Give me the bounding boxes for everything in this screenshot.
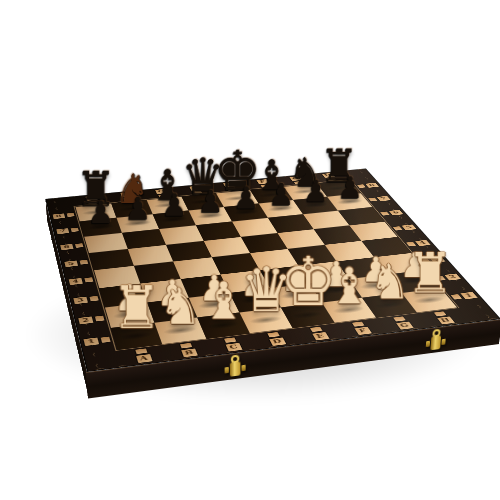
brass-clasp-right[interactable]	[428, 329, 443, 352]
coordinate-label: D	[269, 337, 286, 346]
square-a1[interactable]: ♜	[111, 323, 162, 350]
clasp-body-icon	[430, 335, 441, 350]
inlay-strip	[434, 311, 447, 316]
clasp-wing-icon	[241, 365, 245, 372]
inlay-strip	[380, 212, 390, 216]
clasp-wing-icon	[426, 341, 430, 347]
coordinate-label: B	[181, 349, 198, 358]
clasp-body-icon	[230, 361, 241, 376]
inlay-strip	[224, 337, 236, 342]
inlay-strip	[267, 332, 279, 337]
coordinate-label: C	[225, 343, 242, 352]
coordinate-label: 1	[83, 337, 99, 346]
inlay-strip	[393, 226, 403, 230]
white-rook-icon: ♜	[94, 278, 179, 337]
coordinate-label: H	[437, 316, 455, 324]
coordinate-label: 6	[60, 244, 73, 250]
coordinate-label: 7	[56, 228, 69, 234]
inlay-strip	[310, 327, 323, 332]
chess-set: ABCDEFGH8♜♞♝♛♚♝♞♜87♟♟♟♟♟♟♟♟7665544332♟♟♟…	[45, 168, 500, 371]
coordinate-label: 5	[64, 260, 78, 267]
inlay-strip	[71, 228, 79, 232]
rank-label-5-left: 5	[59, 253, 94, 273]
coordinate-label: 4	[69, 278, 83, 285]
black-pawn-icon: ♟	[65, 197, 136, 228]
inlay-strip	[180, 343, 192, 349]
chess-set-photo: ABCDEFGH8♜♞♝♛♚♝♞♜87♟♟♟♟♟♟♟♟7665544332♟♟♟…	[0, 0, 500, 500]
inlay-strip	[101, 337, 111, 343]
coordinate-label: 8	[53, 213, 66, 219]
square-d6[interactable]	[196, 222, 241, 241]
clasp-wing-icon	[225, 367, 229, 374]
inlay-strip	[80, 260, 89, 265]
coordinate-label: F	[354, 327, 371, 335]
brass-clasp-left[interactable]	[228, 355, 243, 379]
square-b6[interactable]	[122, 229, 166, 249]
coordinate-label: A	[136, 354, 152, 363]
square-a5[interactable]	[89, 249, 134, 270]
coordinate-label: G	[396, 322, 414, 330]
coordinate-label: 3	[73, 296, 88, 304]
coordinate-label: 5	[401, 224, 416, 230]
inlay-strip	[135, 348, 147, 354]
coordinate-label: E	[312, 332, 329, 340]
inlay-strip	[393, 316, 406, 321]
inlay-strip	[75, 243, 83, 248]
coordinate-label: 2	[78, 316, 93, 324]
clasp-wing-icon	[441, 339, 445, 345]
inlay-strip	[352, 322, 365, 327]
coordinate-label: 6	[389, 210, 404, 216]
